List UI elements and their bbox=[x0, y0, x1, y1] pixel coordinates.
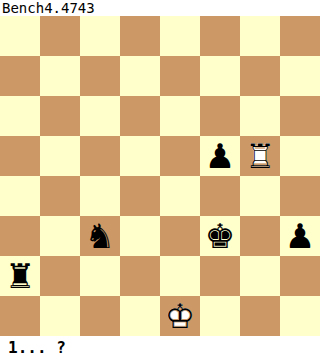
white-rook-glyph: ♖ bbox=[245, 136, 275, 176]
square-h2[interactable] bbox=[280, 256, 320, 296]
square-b4[interactable] bbox=[40, 176, 80, 216]
square-c8[interactable] bbox=[80, 16, 120, 56]
square-e7[interactable] bbox=[160, 56, 200, 96]
chess-board: ♟♜♖♞♚♟♜♚♔ bbox=[0, 16, 320, 336]
square-g4[interactable] bbox=[240, 176, 280, 216]
black-king-glyph: ♚ bbox=[205, 216, 235, 256]
square-h5[interactable] bbox=[280, 136, 320, 176]
black-knight-glyph: ♞ bbox=[85, 216, 115, 256]
square-d7[interactable] bbox=[120, 56, 160, 96]
chess-diagram: Bench4.4743 ♟♜♖♞♚♟♜♚♔ 1... ? bbox=[0, 0, 320, 360]
square-f2[interactable] bbox=[200, 256, 240, 296]
square-d6[interactable] bbox=[120, 96, 160, 136]
square-f4[interactable] bbox=[200, 176, 240, 216]
square-e8[interactable] bbox=[160, 16, 200, 56]
square-c1[interactable] bbox=[80, 296, 120, 336]
square-f3[interactable]: ♚ bbox=[200, 216, 240, 256]
white-rook: ♜♖ bbox=[245, 139, 275, 173]
square-d4[interactable] bbox=[120, 176, 160, 216]
square-e5[interactable] bbox=[160, 136, 200, 176]
square-f1[interactable] bbox=[200, 296, 240, 336]
square-e2[interactable] bbox=[160, 256, 200, 296]
square-b6[interactable] bbox=[40, 96, 80, 136]
square-c3[interactable]: ♞ bbox=[80, 216, 120, 256]
square-g1[interactable] bbox=[240, 296, 280, 336]
white-king: ♚♔ bbox=[165, 299, 195, 333]
square-a6[interactable] bbox=[0, 96, 40, 136]
square-f7[interactable] bbox=[200, 56, 240, 96]
white-king-glyph: ♔ bbox=[165, 296, 195, 336]
square-h7[interactable] bbox=[280, 56, 320, 96]
square-f5[interactable]: ♟ bbox=[200, 136, 240, 176]
square-a8[interactable] bbox=[0, 16, 40, 56]
square-e6[interactable] bbox=[160, 96, 200, 136]
black-pawn-glyph: ♟ bbox=[205, 136, 235, 176]
black-pawn-glyph: ♟ bbox=[285, 216, 315, 256]
square-d8[interactable] bbox=[120, 16, 160, 56]
square-e1[interactable]: ♚♔ bbox=[160, 296, 200, 336]
black-knight: ♞ bbox=[85, 219, 115, 253]
square-g8[interactable] bbox=[240, 16, 280, 56]
square-b3[interactable] bbox=[40, 216, 80, 256]
square-b7[interactable] bbox=[40, 56, 80, 96]
square-b5[interactable] bbox=[40, 136, 80, 176]
square-c2[interactable] bbox=[80, 256, 120, 296]
square-b2[interactable] bbox=[40, 256, 80, 296]
black-pawn: ♟ bbox=[205, 139, 235, 173]
square-a3[interactable] bbox=[0, 216, 40, 256]
square-g5[interactable]: ♜♖ bbox=[240, 136, 280, 176]
square-g3[interactable] bbox=[240, 216, 280, 256]
square-a4[interactable] bbox=[0, 176, 40, 216]
square-c6[interactable] bbox=[80, 96, 120, 136]
square-f6[interactable] bbox=[200, 96, 240, 136]
square-a7[interactable] bbox=[0, 56, 40, 96]
square-g7[interactable] bbox=[240, 56, 280, 96]
puzzle-title: Bench4.4743 bbox=[0, 0, 320, 16]
black-rook: ♜ bbox=[5, 259, 35, 293]
square-e4[interactable] bbox=[160, 176, 200, 216]
square-b8[interactable] bbox=[40, 16, 80, 56]
square-a5[interactable] bbox=[0, 136, 40, 176]
square-a2[interactable]: ♜ bbox=[0, 256, 40, 296]
square-g6[interactable] bbox=[240, 96, 280, 136]
square-g2[interactable] bbox=[240, 256, 280, 296]
square-h8[interactable] bbox=[280, 16, 320, 56]
square-d5[interactable] bbox=[120, 136, 160, 176]
square-c4[interactable] bbox=[80, 176, 120, 216]
square-h1[interactable] bbox=[280, 296, 320, 336]
black-king: ♚ bbox=[205, 219, 235, 253]
square-h4[interactable] bbox=[280, 176, 320, 216]
square-d1[interactable] bbox=[120, 296, 160, 336]
move-prompt: 1... ? bbox=[0, 336, 320, 360]
square-a1[interactable] bbox=[0, 296, 40, 336]
square-h6[interactable] bbox=[280, 96, 320, 136]
square-b1[interactable] bbox=[40, 296, 80, 336]
square-c5[interactable] bbox=[80, 136, 120, 176]
square-c7[interactable] bbox=[80, 56, 120, 96]
square-e3[interactable] bbox=[160, 216, 200, 256]
square-d3[interactable] bbox=[120, 216, 160, 256]
square-f8[interactable] bbox=[200, 16, 240, 56]
black-pawn: ♟ bbox=[285, 219, 315, 253]
square-d2[interactable] bbox=[120, 256, 160, 296]
square-h3[interactable]: ♟ bbox=[280, 216, 320, 256]
black-rook-glyph: ♜ bbox=[5, 256, 35, 296]
